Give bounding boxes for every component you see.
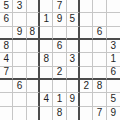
sudoku-cell[interactable]: 6 — [0, 13, 13, 26]
sudoku-cell[interactable] — [13, 67, 26, 80]
sudoku-cell[interactable]: 4 — [40, 93, 53, 106]
sudoku-cell[interactable] — [67, 27, 80, 40]
sudoku-cell[interactable] — [67, 40, 80, 53]
sudoku-cell[interactable]: 8 — [40, 53, 53, 66]
sudoku-cell[interactable] — [40, 0, 53, 13]
sudoku-cell[interactable] — [93, 53, 106, 66]
sudoku-cell[interactable] — [40, 67, 53, 80]
sudoku-cell[interactable]: 1 — [107, 53, 120, 66]
sudoku-cell[interactable] — [80, 53, 93, 66]
sudoku-cell[interactable] — [80, 107, 93, 120]
sudoku-cell[interactable] — [0, 80, 13, 93]
sudoku-cell[interactable] — [13, 107, 26, 120]
sudoku-cell[interactable] — [67, 0, 80, 13]
sudoku-cell[interactable] — [27, 0, 40, 13]
sudoku-cell[interactable] — [93, 13, 106, 26]
sudoku-cell[interactable] — [40, 80, 53, 93]
sudoku-cell[interactable]: 3 — [13, 0, 26, 13]
sudoku-cell[interactable] — [13, 13, 26, 26]
sudoku-cell[interactable] — [27, 67, 40, 80]
sudoku-cell[interactable]: 6 — [93, 27, 106, 40]
sudoku-cell[interactable]: 3 — [67, 53, 80, 66]
sudoku-cell[interactable] — [107, 13, 120, 26]
sudoku-cell[interactable] — [80, 93, 93, 106]
sudoku-cell[interactable]: 7 — [53, 0, 66, 13]
sudoku-cell[interactable] — [0, 107, 13, 120]
sudoku-cell[interactable] — [93, 67, 106, 80]
sudoku-cell[interactable]: 7 — [0, 67, 13, 80]
sudoku-cell[interactable]: 6 — [13, 80, 26, 93]
sudoku-cell[interactable] — [40, 40, 53, 53]
sudoku-cell[interactable]: 6 — [107, 67, 120, 80]
sudoku-cell[interactable]: 5 — [107, 93, 120, 106]
sudoku-cell[interactable] — [93, 0, 106, 13]
sudoku-cell[interactable] — [13, 93, 26, 106]
sudoku-cell[interactable]: 5 — [67, 13, 80, 26]
sudoku-cell[interactable] — [13, 53, 26, 66]
sudoku-cell[interactable]: 9 — [107, 107, 120, 120]
sudoku-cell[interactable] — [27, 13, 40, 26]
sudoku-cell[interactable]: 2 — [80, 80, 93, 93]
sudoku-cell[interactable]: 8 — [53, 107, 66, 120]
sudoku-cell[interactable] — [80, 0, 93, 13]
sudoku-cell[interactable] — [80, 67, 93, 80]
sudoku-cell[interactable] — [53, 53, 66, 66]
sudoku-cell[interactable] — [27, 80, 40, 93]
sudoku-cell[interactable] — [27, 107, 40, 120]
sudoku-cell[interactable] — [107, 27, 120, 40]
sudoku-cell[interactable] — [27, 40, 40, 53]
sudoku-cell[interactable] — [93, 93, 106, 106]
sudoku-cell[interactable] — [27, 93, 40, 106]
sudoku-cell[interactable] — [67, 107, 80, 120]
sudoku-cell[interactable]: 9 — [67, 93, 80, 106]
sudoku-cell[interactable]: 1 — [53, 93, 66, 106]
sudoku-cell[interactable]: 9 — [13, 27, 26, 40]
sudoku-cell[interactable] — [80, 13, 93, 26]
sudoku-cell[interactable] — [0, 27, 13, 40]
sudoku-cell[interactable]: 4 — [0, 53, 13, 66]
sudoku-cell[interactable]: 9 — [53, 13, 66, 26]
sudoku-cell[interactable]: 8 — [27, 27, 40, 40]
sudoku-cell[interactable] — [13, 40, 26, 53]
sudoku-cell[interactable] — [27, 53, 40, 66]
sudoku-cell[interactable]: 5 — [0, 0, 13, 13]
sudoku-cell[interactable] — [53, 27, 66, 40]
sudoku-cell[interactable]: 7 — [93, 107, 106, 120]
sudoku-cell[interactable] — [107, 80, 120, 93]
sudoku-board: 537619598686348317266284195879 — [0, 0, 120, 120]
sudoku-cell[interactable] — [67, 67, 80, 80]
sudoku-cell[interactable] — [0, 93, 13, 106]
sudoku-cell[interactable] — [67, 80, 80, 93]
sudoku-cell[interactable] — [93, 40, 106, 53]
sudoku-cell[interactable] — [40, 27, 53, 40]
sudoku-cell[interactable] — [53, 80, 66, 93]
sudoku-cell[interactable] — [80, 40, 93, 53]
sudoku-cell[interactable] — [107, 0, 120, 13]
sudoku-cell[interactable]: 6 — [53, 40, 66, 53]
sudoku-cell[interactable]: 3 — [107, 40, 120, 53]
sudoku-cell[interactable] — [80, 27, 93, 40]
sudoku-cell[interactable]: 1 — [40, 13, 53, 26]
sudoku-cell[interactable]: 8 — [0, 40, 13, 53]
sudoku-cell[interactable] — [40, 107, 53, 120]
sudoku-cell[interactable]: 8 — [93, 80, 106, 93]
sudoku-cell[interactable]: 2 — [53, 67, 66, 80]
